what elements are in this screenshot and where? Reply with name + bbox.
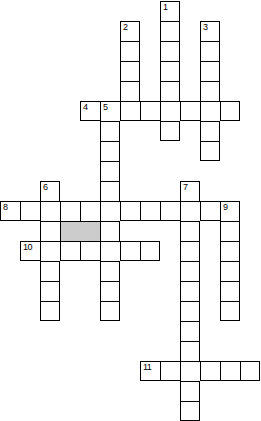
grid-cell[interactable]: 9 bbox=[220, 201, 240, 221]
clue-number: 5 bbox=[103, 102, 108, 112]
grid-cell[interactable] bbox=[180, 201, 200, 221]
grid-cell[interactable] bbox=[60, 201, 80, 221]
grid-cell[interactable] bbox=[120, 81, 140, 101]
grid-cell[interactable] bbox=[120, 201, 140, 221]
grid-cell[interactable]: 1 bbox=[160, 1, 180, 21]
grid-cell[interactable] bbox=[60, 241, 80, 261]
grid-cell[interactable]: 10 bbox=[20, 241, 40, 261]
grid-cell[interactable]: 5 bbox=[100, 101, 120, 121]
grid-cell[interactable] bbox=[160, 121, 180, 141]
grid-cell[interactable] bbox=[120, 41, 140, 61]
grid-cell[interactable] bbox=[100, 221, 120, 241]
clue-number: 8 bbox=[3, 202, 8, 212]
grid-cell[interactable] bbox=[140, 241, 160, 261]
grid-cell[interactable] bbox=[100, 261, 120, 281]
grid-cell[interactable] bbox=[200, 361, 220, 381]
grid-cell[interactable] bbox=[180, 321, 200, 341]
grid-cell[interactable] bbox=[40, 221, 60, 241]
clue-number: 10 bbox=[23, 242, 32, 252]
grid-cell[interactable] bbox=[100, 161, 120, 181]
grid-cell[interactable] bbox=[40, 261, 60, 281]
grid-cell[interactable]: 3 bbox=[200, 21, 220, 41]
clue-number: 4 bbox=[83, 102, 88, 112]
grid-cell[interactable] bbox=[120, 241, 140, 261]
grid-cell[interactable] bbox=[220, 281, 240, 301]
grid-cell[interactable]: 4 bbox=[80, 101, 100, 121]
grid-cell[interactable] bbox=[20, 201, 40, 221]
grid-cell[interactable] bbox=[220, 221, 240, 241]
grid-cell[interactable] bbox=[80, 241, 100, 261]
grid-cell[interactable] bbox=[200, 121, 220, 141]
grid-cell[interactable] bbox=[40, 281, 60, 301]
grid-cell[interactable] bbox=[100, 121, 120, 141]
grid-cell[interactable] bbox=[160, 21, 180, 41]
grid-cell[interactable] bbox=[220, 241, 240, 261]
grid-cell[interactable] bbox=[100, 281, 120, 301]
grid-cell[interactable] bbox=[100, 181, 120, 201]
clue-number: 7 bbox=[183, 182, 188, 192]
grid-cell[interactable] bbox=[140, 101, 160, 121]
grid-cell[interactable]: 7 bbox=[180, 181, 200, 201]
grid-cell[interactable]: 8 bbox=[0, 201, 20, 221]
grid-cell[interactable] bbox=[200, 101, 220, 121]
clue-number: 9 bbox=[223, 202, 228, 212]
clue-number: 2 bbox=[123, 22, 128, 32]
grid-cell[interactable] bbox=[140, 201, 160, 221]
grid-cell[interactable] bbox=[200, 81, 220, 101]
grid-cell[interactable] bbox=[160, 201, 180, 221]
grid-cell[interactable]: 2 bbox=[120, 21, 140, 41]
grid-cell[interactable] bbox=[200, 201, 220, 221]
grid-cell[interactable]: 11 bbox=[140, 361, 160, 381]
grid-cell[interactable] bbox=[40, 301, 60, 321]
grid-cell[interactable] bbox=[180, 281, 200, 301]
grid-cell[interactable] bbox=[160, 101, 180, 121]
grid-cell[interactable] bbox=[120, 101, 140, 121]
grid-cell[interactable] bbox=[180, 221, 200, 241]
grid-cell[interactable] bbox=[220, 101, 240, 121]
clue-number: 6 bbox=[43, 182, 48, 192]
clue-number: 11 bbox=[143, 362, 151, 372]
grid-cell[interactable] bbox=[160, 361, 180, 381]
clue-number: 1 bbox=[163, 2, 168, 12]
grid-cell[interactable] bbox=[160, 41, 180, 61]
grid-cell[interactable] bbox=[40, 201, 60, 221]
grid-cell[interactable] bbox=[120, 61, 140, 81]
grid-cell[interactable] bbox=[180, 341, 200, 361]
grid-cell[interactable] bbox=[40, 241, 60, 261]
grid-cell[interactable] bbox=[160, 61, 180, 81]
grid-cell[interactable] bbox=[180, 261, 200, 281]
grid-cell[interactable] bbox=[100, 201, 120, 221]
grid-cell[interactable]: 6 bbox=[40, 181, 60, 201]
crossword-board: 1234567891011 bbox=[0, 1, 260, 421]
grid-cell[interactable] bbox=[220, 261, 240, 281]
grid-cell[interactable] bbox=[180, 401, 200, 421]
grid-cell[interactable] bbox=[240, 361, 260, 381]
grid-cell[interactable] bbox=[220, 361, 240, 381]
grid-cell[interactable] bbox=[180, 101, 200, 121]
highlight-cell bbox=[60, 221, 100, 241]
grid-cell[interactable] bbox=[200, 141, 220, 161]
grid-cell[interactable] bbox=[180, 241, 200, 261]
grid-cell[interactable] bbox=[100, 141, 120, 161]
grid-cell[interactable] bbox=[180, 301, 200, 321]
grid-cell[interactable] bbox=[180, 381, 200, 401]
grid-cell[interactable] bbox=[80, 201, 100, 221]
grid-cell[interactable] bbox=[100, 301, 120, 321]
grid-cell[interactable] bbox=[220, 301, 240, 321]
grid-cell[interactable] bbox=[160, 81, 180, 101]
grid-cell[interactable] bbox=[200, 61, 220, 81]
grid-cell[interactable] bbox=[200, 41, 220, 61]
clue-number: 3 bbox=[203, 22, 208, 32]
grid-cell[interactable] bbox=[180, 361, 200, 381]
grid-cell[interactable] bbox=[100, 241, 120, 261]
